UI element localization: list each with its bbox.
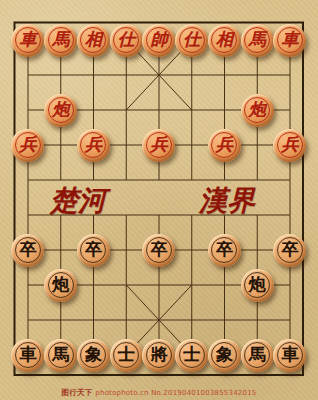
piece-character: 馬 [249, 31, 266, 48]
xiangqi-board-image: 車馬相仕帥仕相馬車炮炮兵兵兵兵兵卒卒卒卒卒炮炮車馬象士將士象馬車 楚河 漢界 图… [0, 0, 318, 400]
piece-black-士[interactable]: 士 [175, 339, 208, 372]
piece-character: 炮 [249, 101, 266, 118]
piece-character: 相 [216, 31, 233, 48]
piece-black-卒[interactable]: 卒 [11, 234, 44, 267]
piece-red-相[interactable]: 相 [77, 24, 110, 57]
piece-character: 炮 [52, 101, 69, 118]
piece-black-馬[interactable]: 馬 [44, 339, 77, 372]
piece-character: 馬 [52, 31, 69, 48]
piece-character: 炮 [249, 276, 266, 293]
piece-black-卒[interactable]: 卒 [273, 234, 306, 267]
watermark: 图行天下photophoto.cn No.2019040100385534201… [0, 389, 318, 397]
piece-character: 車 [19, 31, 36, 48]
piece-character: 炮 [52, 276, 69, 293]
piece-black-士[interactable]: 士 [110, 339, 143, 372]
watermark-brand: 图行天下 [62, 388, 93, 397]
piece-character: 車 [281, 31, 298, 48]
piece-character: 卒 [85, 241, 102, 258]
piece-red-仕[interactable]: 仕 [175, 24, 208, 57]
piece-red-車[interactable]: 車 [273, 24, 306, 57]
piece-black-炮[interactable]: 炮 [241, 269, 274, 302]
piece-character: 士 [183, 346, 200, 363]
piece-character: 卒 [216, 241, 233, 258]
piece-red-兵[interactable]: 兵 [142, 129, 175, 162]
piece-red-車[interactable]: 車 [11, 24, 44, 57]
piece-character: 帥 [150, 31, 167, 48]
piece-red-帥[interactable]: 帥 [142, 24, 175, 57]
piece-red-仕[interactable]: 仕 [110, 24, 143, 57]
piece-character: 象 [216, 346, 233, 363]
piece-red-兵[interactable]: 兵 [208, 129, 241, 162]
piece-red-馬[interactable]: 馬 [241, 24, 274, 57]
piece-character: 仕 [118, 31, 135, 48]
piece-character: 卒 [281, 241, 298, 258]
piece-red-兵[interactable]: 兵 [273, 129, 306, 162]
piece-red-兵[interactable]: 兵 [77, 129, 110, 162]
piece-character: 車 [19, 346, 36, 363]
piece-character: 車 [281, 346, 298, 363]
piece-black-車[interactable]: 車 [11, 339, 44, 372]
piece-character: 卒 [19, 241, 36, 258]
piece-character: 兵 [216, 136, 233, 153]
piece-character: 馬 [249, 346, 266, 363]
piece-character: 仕 [183, 31, 200, 48]
piece-character: 將 [150, 346, 167, 363]
piece-character: 馬 [52, 346, 69, 363]
piece-black-卒[interactable]: 卒 [208, 234, 241, 267]
watermark-text: photophoto.cn No.20190401003855342015 [95, 389, 256, 397]
piece-character: 兵 [281, 136, 298, 153]
piece-character: 卒 [150, 241, 167, 258]
piece-black-炮[interactable]: 炮 [44, 269, 77, 302]
piece-black-卒[interactable]: 卒 [77, 234, 110, 267]
board-grid[interactable]: 車馬相仕帥仕相馬車炮炮兵兵兵兵兵卒卒卒卒卒炮炮車馬象士將士象馬車 [12, 23, 307, 373]
piece-black-馬[interactable]: 馬 [241, 339, 274, 372]
piece-black-車[interactable]: 車 [273, 339, 306, 372]
piece-red-馬[interactable]: 馬 [44, 24, 77, 57]
piece-red-兵[interactable]: 兵 [11, 129, 44, 162]
piece-character: 兵 [150, 136, 167, 153]
piece-character: 兵 [19, 136, 36, 153]
piece-character: 相 [85, 31, 102, 48]
piece-character: 兵 [85, 136, 102, 153]
piece-red-相[interactable]: 相 [208, 24, 241, 57]
piece-black-象[interactable]: 象 [208, 339, 241, 372]
piece-black-象[interactable]: 象 [77, 339, 110, 372]
piece-character: 象 [85, 346, 102, 363]
piece-red-炮[interactable]: 炮 [44, 94, 77, 127]
piece-black-卒[interactable]: 卒 [142, 234, 175, 267]
piece-red-炮[interactable]: 炮 [241, 94, 274, 127]
piece-character: 士 [118, 346, 135, 363]
piece-black-將[interactable]: 將 [142, 339, 175, 372]
